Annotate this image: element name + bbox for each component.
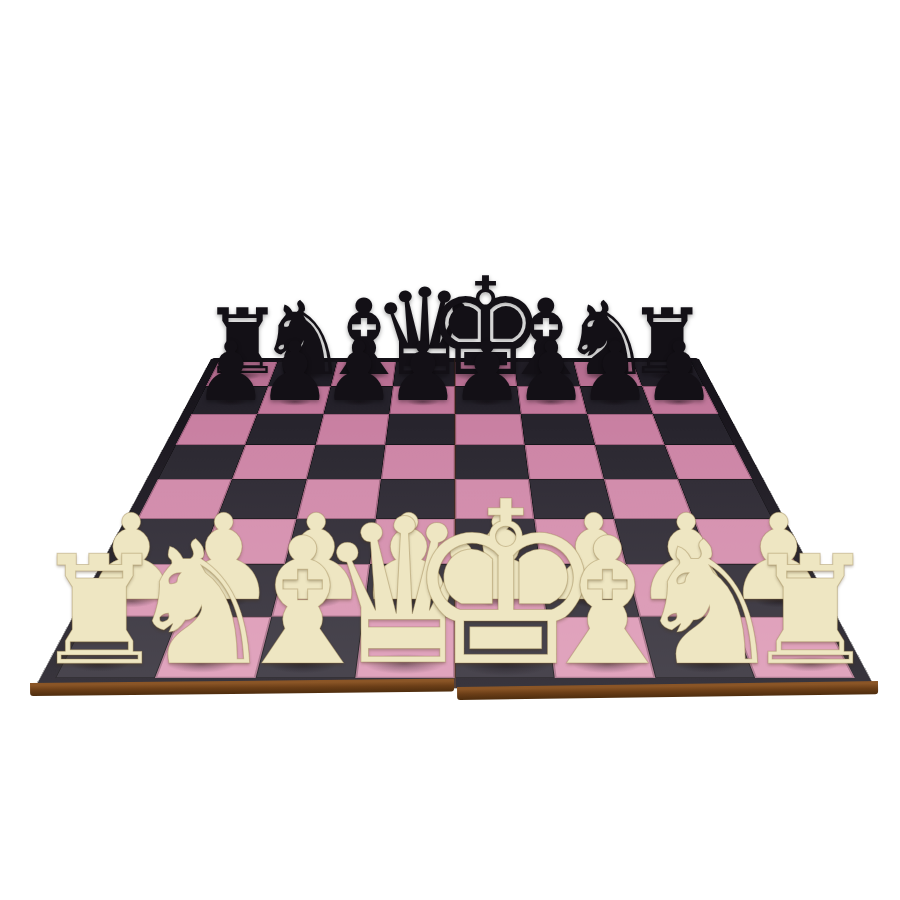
piece-black-pawn-g7[interactable]: ♟ (578, 331, 652, 413)
piece-black-pawn-b7[interactable]: ♟ (258, 331, 332, 413)
square-b5[interactable] (232, 445, 315, 480)
square-a5[interactable] (158, 445, 246, 480)
piece-black-pawn-h7[interactable]: ♟ (642, 331, 716, 413)
piece-black-pawn-a7[interactable]: ♟ (194, 331, 268, 413)
piece-black-pawn-e7[interactable]: ♟ (450, 331, 524, 413)
square-g5[interactable] (595, 445, 678, 480)
square-c5[interactable] (306, 445, 385, 480)
piece-black-pawn-d7[interactable]: ♟ (386, 331, 460, 413)
square-h5[interactable] (665, 445, 753, 480)
piece-black-pawn-f7[interactable]: ♟ (514, 331, 588, 413)
piece-black-pawn-c7[interactable]: ♟ (322, 331, 396, 413)
piece-white-rook-h1[interactable]: ♜ (743, 536, 878, 686)
chess-scene: ♜♞♝♛♚♝♞♜♟♟♟♟♟♟♟♟♟♟♟♟♟♟♟♟♜♞♝♛♚♝♞♜ (0, 0, 900, 900)
